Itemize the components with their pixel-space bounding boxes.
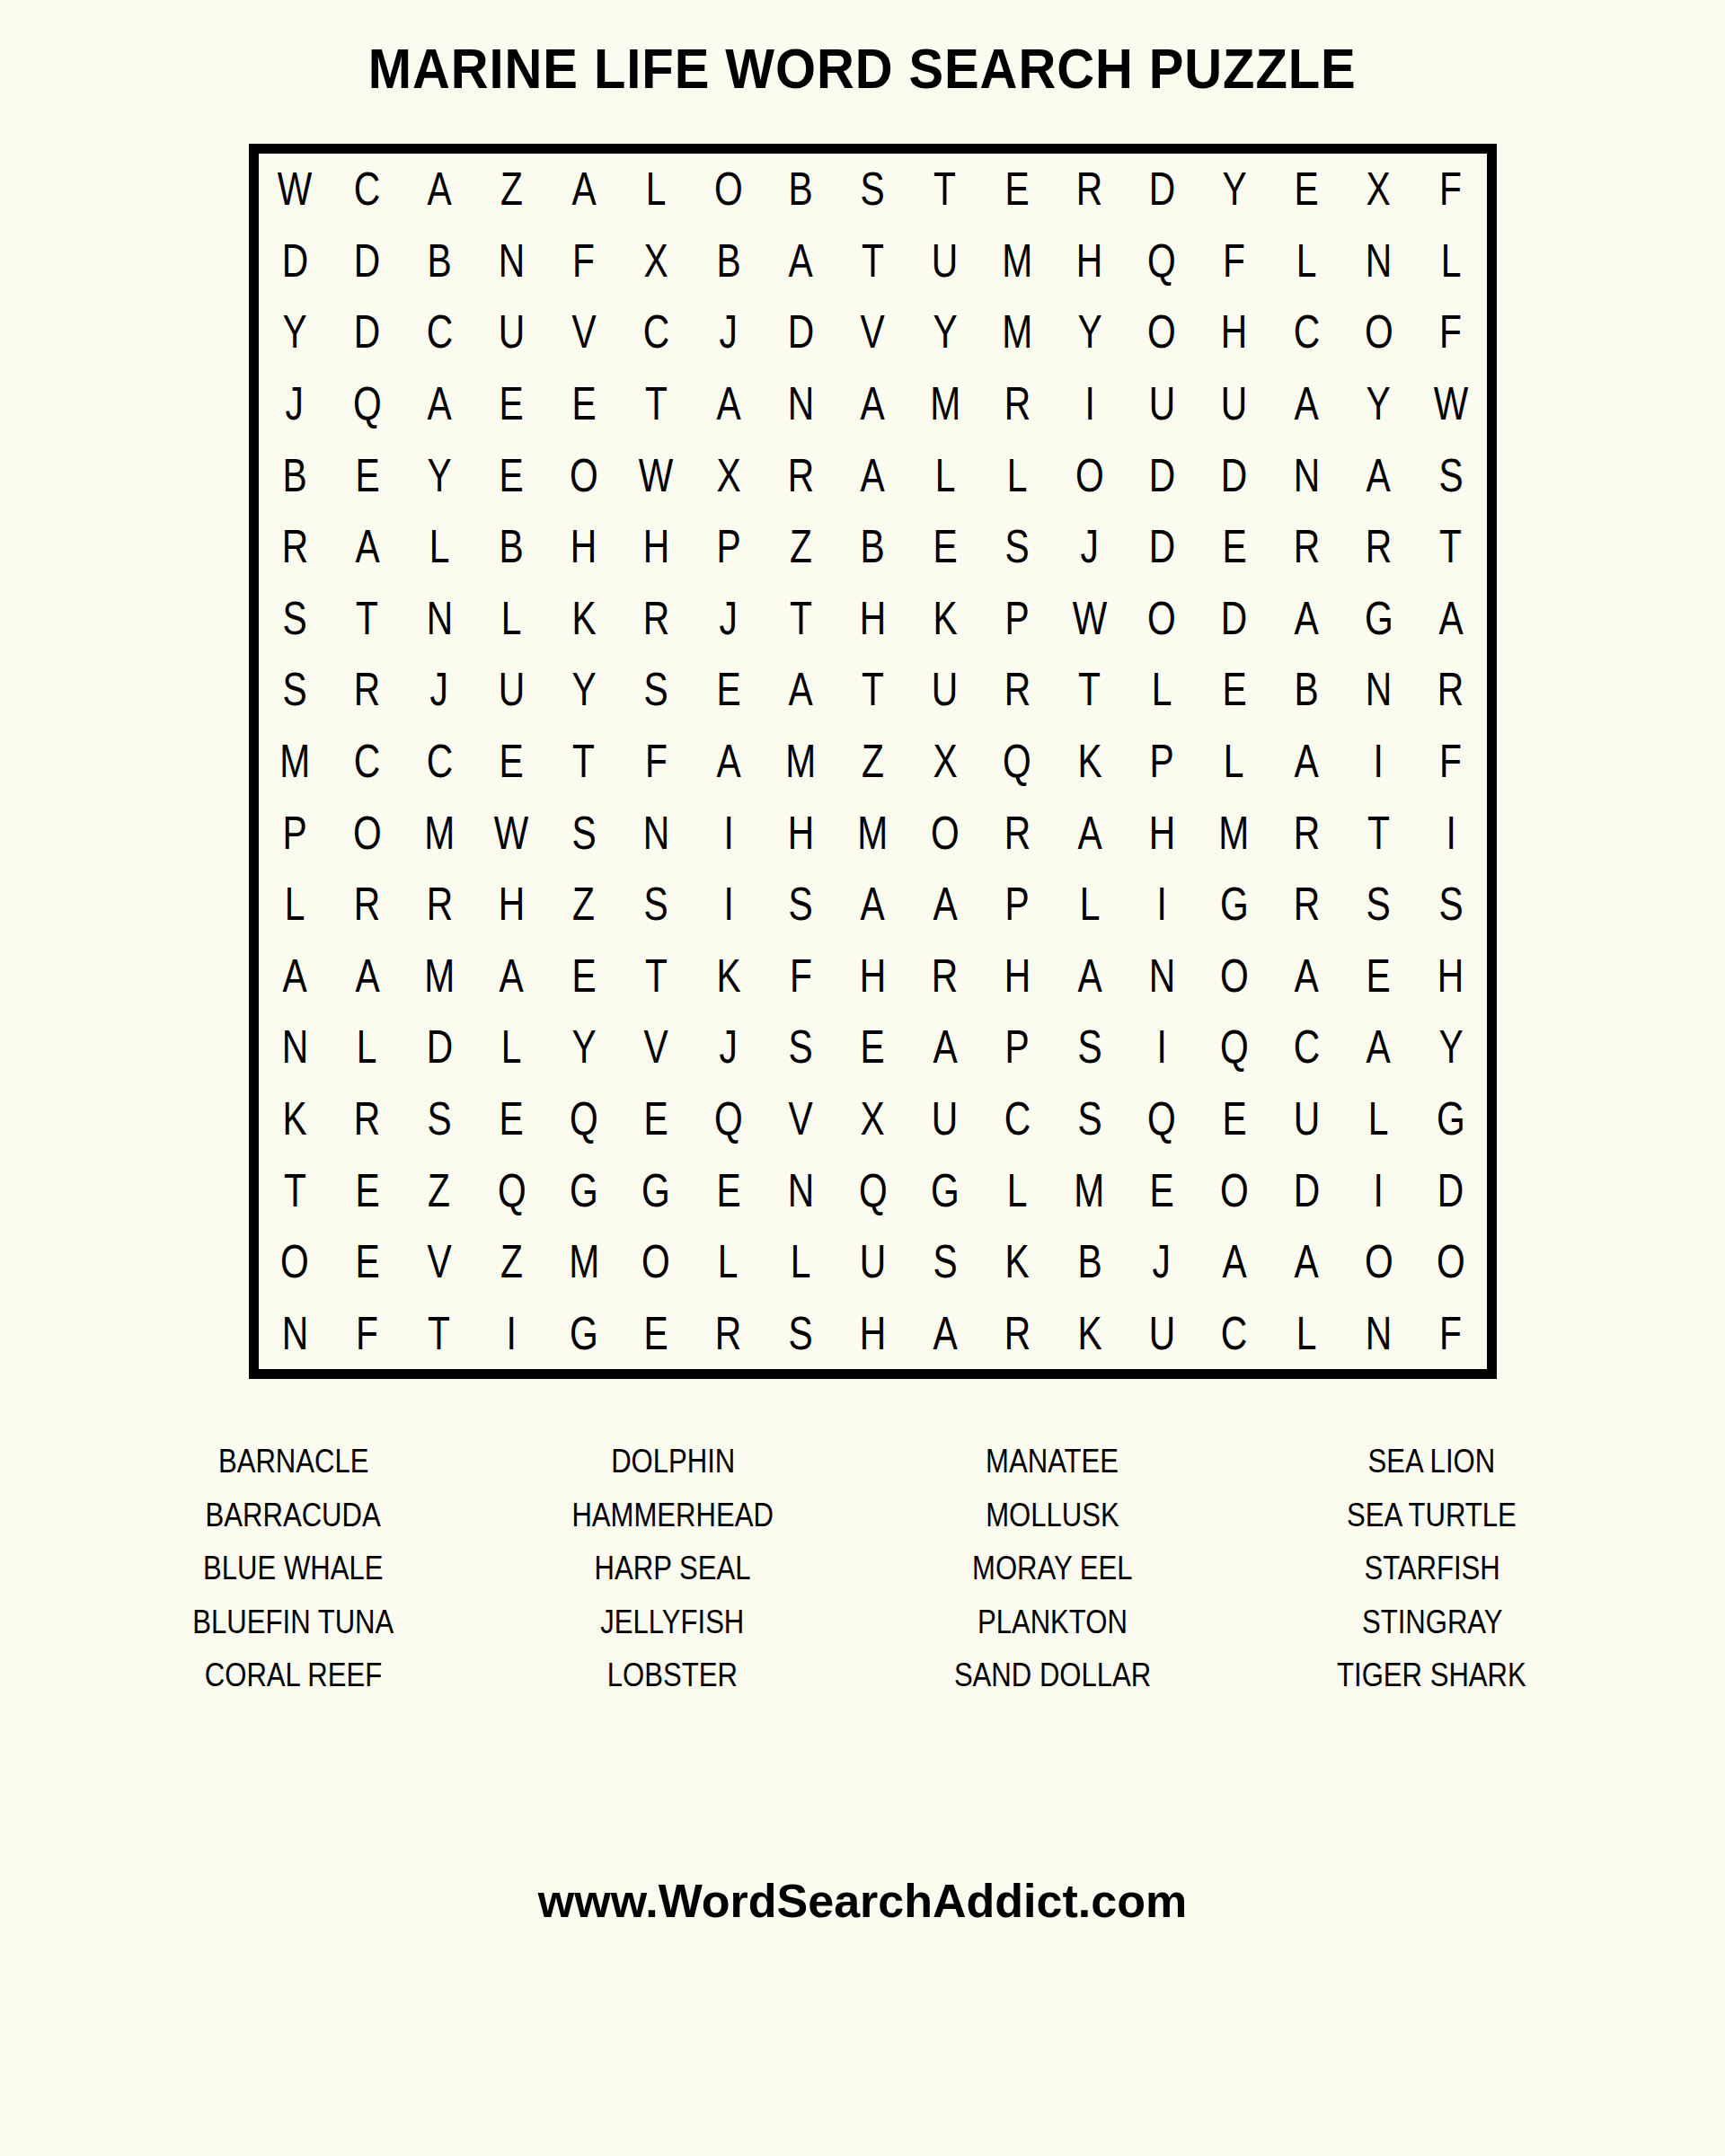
grid-cell-r16-c4[interactable]: Z: [475, 1226, 547, 1298]
grid-cell-r9-c16[interactable]: I: [1342, 726, 1414, 798]
grid-cell-r15-c3[interactable]: Z: [403, 1154, 475, 1226]
grid-cell-r15-c12[interactable]: M: [1054, 1154, 1126, 1226]
grid-cell-r11-c12[interactable]: L: [1054, 869, 1126, 941]
grid-cell-r9-c2[interactable]: C: [331, 726, 402, 798]
grid-cell-r2-c13[interactable]: Q: [1126, 225, 1198, 297]
grid-cell-r6-c7[interactable]: P: [692, 511, 764, 583]
grid-cell-r13-c6[interactable]: V: [620, 1012, 692, 1083]
grid-cell-r1-c10[interactable]: T: [909, 154, 981, 225]
grid-cell-r11-c9[interactable]: A: [836, 869, 908, 941]
grid-cell-r17-c16[interactable]: N: [1342, 1297, 1414, 1369]
grid-cell-r8-c5[interactable]: Y: [548, 654, 620, 726]
grid-cell-r15-c11[interactable]: L: [981, 1154, 1053, 1226]
grid-cell-r14-c1[interactable]: K: [259, 1083, 331, 1155]
grid-cell-r7-c2[interactable]: T: [331, 583, 402, 655]
grid-cell-r1-c2[interactable]: C: [331, 154, 402, 225]
grid-cell-r1-c12[interactable]: R: [1054, 154, 1126, 225]
grid-cell-r6-c12[interactable]: J: [1054, 511, 1126, 583]
grid-cell-r8-c4[interactable]: U: [475, 654, 547, 726]
grid-cell-r8-c16[interactable]: N: [1342, 654, 1414, 726]
grid-cell-r2-c16[interactable]: N: [1342, 225, 1414, 297]
grid-cell-r5-c4[interactable]: E: [475, 439, 547, 511]
grid-cell-r4-c14[interactable]: U: [1198, 368, 1269, 440]
grid-cell-r7-c10[interactable]: K: [909, 583, 981, 655]
grid-cell-r12-c9[interactable]: H: [836, 940, 908, 1012]
grid-cell-r9-c13[interactable]: P: [1126, 726, 1198, 798]
grid-cell-r17-c14[interactable]: C: [1198, 1297, 1269, 1369]
grid-cell-r7-c3[interactable]: N: [403, 583, 475, 655]
grid-cell-r4-c3[interactable]: A: [403, 368, 475, 440]
grid-cell-r8-c8[interactable]: A: [765, 654, 836, 726]
grid-cell-r6-c9[interactable]: B: [836, 511, 908, 583]
grid-cell-r14-c5[interactable]: Q: [548, 1083, 620, 1155]
grid-cell-r10-c10[interactable]: O: [909, 797, 981, 869]
grid-cell-r6-c11[interactable]: S: [981, 511, 1053, 583]
grid-cell-r14-c16[interactable]: L: [1342, 1083, 1414, 1155]
grid-cell-r10-c1[interactable]: P: [259, 797, 331, 869]
grid-letter: L: [1079, 881, 1100, 927]
grid-cell-r13-c15[interactable]: C: [1270, 1012, 1342, 1083]
grid-cell-r12-c8[interactable]: F: [765, 940, 836, 1012]
grid-cell-r13-c4[interactable]: L: [475, 1012, 547, 1083]
grid-cell-r9-c10[interactable]: X: [909, 726, 981, 798]
grid-cell-r3-c14[interactable]: H: [1198, 296, 1269, 368]
grid-cell-r14-c10[interactable]: U: [909, 1083, 981, 1155]
grid-cell-r11-c10[interactable]: A: [909, 869, 981, 941]
grid-cell-r8-c10[interactable]: U: [909, 654, 981, 726]
grid-cell-r1-c6[interactable]: L: [620, 154, 692, 225]
grid-cell-r15-c14[interactable]: O: [1198, 1154, 1269, 1226]
grid-cell-r2-c1[interactable]: D: [259, 225, 331, 297]
grid-cell-r13-c3[interactable]: D: [403, 1012, 475, 1083]
grid-cell-r9-c9[interactable]: Z: [836, 726, 908, 798]
grid-cell-r13-c9[interactable]: E: [836, 1012, 908, 1083]
grid-letter: R: [354, 881, 380, 927]
grid-cell-r11-c5[interactable]: Z: [548, 869, 620, 941]
grid-cell-r1-c17[interactable]: F: [1415, 154, 1487, 225]
grid-cell-r5-c7[interactable]: X: [692, 439, 764, 511]
grid-cell-r7-c15[interactable]: A: [1270, 583, 1342, 655]
grid-cell-r5-c16[interactable]: A: [1342, 439, 1414, 511]
grid-cell-r7-c17[interactable]: A: [1415, 583, 1487, 655]
grid-cell-r5-c17[interactable]: S: [1415, 439, 1487, 511]
grid-cell-r11-c6[interactable]: S: [620, 869, 692, 941]
grid-cell-r10-c7[interactable]: I: [692, 797, 764, 869]
grid-cell-r2-c6[interactable]: X: [620, 225, 692, 297]
grid-cell-r4-c11[interactable]: R: [981, 368, 1053, 440]
grid-cell-r4-c16[interactable]: Y: [1342, 368, 1414, 440]
grid-cell-r9-c4[interactable]: E: [475, 726, 547, 798]
grid-cell-r11-c16[interactable]: S: [1342, 869, 1414, 941]
grid-cell-r14-c7[interactable]: Q: [692, 1083, 764, 1155]
grid-cell-r17-c12[interactable]: K: [1054, 1297, 1126, 1369]
grid-letter: N: [1148, 953, 1174, 999]
grid-letter: U: [1148, 381, 1174, 427]
grid-cell-r5-c2[interactable]: E: [331, 439, 402, 511]
grid-cell-r15-c1[interactable]: T: [259, 1154, 331, 1226]
grid-cell-r12-c16[interactable]: E: [1342, 940, 1414, 1012]
grid-cell-r9-c11[interactable]: Q: [981, 726, 1053, 798]
grid-cell-r2-c7[interactable]: B: [692, 225, 764, 297]
grid-cell-r3-c4[interactable]: U: [475, 296, 547, 368]
grid-cell-r12-c5[interactable]: E: [548, 940, 620, 1012]
grid-cell-r2-c17[interactable]: L: [1415, 225, 1487, 297]
grid-cell-r8-c11[interactable]: R: [981, 654, 1053, 726]
grid-cell-r17-c6[interactable]: E: [620, 1297, 692, 1369]
grid-cell-r17-c17[interactable]: F: [1415, 1297, 1487, 1369]
grid-cell-r2-c12[interactable]: H: [1054, 225, 1126, 297]
grid-cell-r15-c16[interactable]: I: [1342, 1154, 1414, 1226]
grid-cell-r3-c1[interactable]: Y: [259, 296, 331, 368]
grid-cell-r3-c12[interactable]: Y: [1054, 296, 1126, 368]
grid-cell-r9-c12[interactable]: K: [1054, 726, 1126, 798]
grid-cell-r3-c7[interactable]: J: [692, 296, 764, 368]
grid-cell-r5-c11[interactable]: L: [981, 439, 1053, 511]
grid-cell-r5-c12[interactable]: O: [1054, 439, 1126, 511]
grid-cell-r2-c14[interactable]: F: [1198, 225, 1269, 297]
grid-cell-r12-c15[interactable]: A: [1270, 940, 1342, 1012]
grid-cell-r3-c11[interactable]: M: [981, 296, 1053, 368]
grid-cell-r3-c5[interactable]: V: [548, 296, 620, 368]
grid-cell-r14-c15[interactable]: U: [1270, 1083, 1342, 1155]
grid-cell-r6-c16[interactable]: R: [1342, 511, 1414, 583]
grid-cell-r3-c9[interactable]: V: [836, 296, 908, 368]
footer-url[interactable]: www.WordSearchAddict.com: [0, 1874, 1725, 1928]
grid-cell-r1-c7[interactable]: O: [692, 154, 764, 225]
grid-letter: T: [862, 238, 884, 284]
grid-cell-r17-c15[interactable]: L: [1270, 1297, 1342, 1369]
grid-cell-r15-c6[interactable]: G: [620, 1154, 692, 1226]
grid-cell-r14-c4[interactable]: E: [475, 1083, 547, 1155]
grid-cell-r2-c10[interactable]: U: [909, 225, 981, 297]
grid-cell-r6-c4[interactable]: B: [475, 511, 547, 583]
grid-cell-r3-c3[interactable]: C: [403, 296, 475, 368]
grid-cell-r12-c17[interactable]: H: [1415, 940, 1487, 1012]
grid-cell-r1-c16[interactable]: X: [1342, 154, 1414, 225]
grid-cell-r5-c6[interactable]: W: [620, 439, 692, 511]
grid-cell-r10-c12[interactable]: A: [1054, 797, 1126, 869]
grid-cell-r11-c1[interactable]: L: [259, 869, 331, 941]
grid-cell-r13-c11[interactable]: P: [981, 1012, 1053, 1083]
grid-cell-r13-c13[interactable]: I: [1126, 1012, 1198, 1083]
grid-cell-r3-c2[interactable]: D: [331, 296, 402, 368]
grid-cell-r12-c6[interactable]: T: [620, 940, 692, 1012]
grid-cell-r15-c7[interactable]: E: [692, 1154, 764, 1226]
grid-letter: G: [1364, 596, 1393, 641]
grid-cell-r15-c15[interactable]: D: [1270, 1154, 1342, 1226]
grid-cell-r10-c5[interactable]: S: [548, 797, 620, 869]
grid-cell-r17-c11[interactable]: R: [981, 1297, 1053, 1369]
grid-cell-r17-c3[interactable]: T: [403, 1297, 475, 1369]
grid-cell-r1-c3[interactable]: A: [403, 154, 475, 225]
grid-cell-r4-c5[interactable]: E: [548, 368, 620, 440]
grid-cell-r16-c1[interactable]: O: [259, 1226, 331, 1298]
grid-cell-r11-c7[interactable]: I: [692, 869, 764, 941]
grid-cell-r16-c11[interactable]: K: [981, 1226, 1053, 1298]
grid-cell-r11-c8[interactable]: S: [765, 869, 836, 941]
grid-cell-r13-c16[interactable]: A: [1342, 1012, 1414, 1083]
grid-cell-r7-c6[interactable]: R: [620, 583, 692, 655]
grid-cell-r8-c13[interactable]: L: [1126, 654, 1198, 726]
grid-cell-r3-c6[interactable]: C: [620, 296, 692, 368]
grid-cell-r15-c5[interactable]: G: [548, 1154, 620, 1226]
grid-cell-r17-c4[interactable]: I: [475, 1297, 547, 1369]
grid-cell-r17-c8[interactable]: S: [765, 1297, 836, 1369]
grid-cell-r11-c2[interactable]: R: [331, 869, 402, 941]
grid-cell-r11-c14[interactable]: G: [1198, 869, 1269, 941]
grid-cell-r4-c9[interactable]: A: [836, 368, 908, 440]
grid-cell-r15-c10[interactable]: G: [909, 1154, 981, 1226]
grid-cell-r12-c11[interactable]: H: [981, 940, 1053, 1012]
grid-cell-r4-c2[interactable]: Q: [331, 368, 402, 440]
grid-cell-r15-c2[interactable]: E: [331, 1154, 402, 1226]
grid-cell-r1-c13[interactable]: D: [1126, 154, 1198, 225]
grid-cell-r13-c14[interactable]: Q: [1198, 1012, 1269, 1083]
grid-cell-r12-c13[interactable]: N: [1126, 940, 1198, 1012]
grid-cell-r4-c6[interactable]: T: [620, 368, 692, 440]
grid-cell-r14-c12[interactable]: S: [1054, 1083, 1126, 1155]
grid-cell-r2-c3[interactable]: B: [403, 225, 475, 297]
grid-cell-r14-c14[interactable]: E: [1198, 1083, 1269, 1155]
grid-cell-r12-c14[interactable]: O: [1198, 940, 1269, 1012]
grid-cell-r4-c12[interactable]: I: [1054, 368, 1126, 440]
grid-letter: Y: [427, 453, 451, 499]
grid-cell-r5-c13[interactable]: D: [1126, 439, 1198, 511]
grid-cell-r16-c8[interactable]: L: [765, 1226, 836, 1298]
grid-cell-r12-c4[interactable]: A: [475, 940, 547, 1012]
grid-cell-r8-c14[interactable]: E: [1198, 654, 1269, 726]
grid-cell-r6-c6[interactable]: H: [620, 511, 692, 583]
grid-cell-r13-c5[interactable]: Y: [548, 1012, 620, 1083]
grid-cell-r8-c1[interactable]: S: [259, 654, 331, 726]
grid-cell-r8-c6[interactable]: S: [620, 654, 692, 726]
grid-cell-r3-c16[interactable]: O: [1342, 296, 1414, 368]
grid-cell-r16-c12[interactable]: B: [1054, 1226, 1126, 1298]
grid-cell-r6-c15[interactable]: R: [1270, 511, 1342, 583]
grid-cell-r8-c7[interactable]: E: [692, 654, 764, 726]
grid-cell-r1-c5[interactable]: A: [548, 154, 620, 225]
grid-cell-r8-c12[interactable]: T: [1054, 654, 1126, 726]
grid-cell-r15-c9[interactable]: Q: [836, 1154, 908, 1226]
grid-cell-r5-c10[interactable]: L: [909, 439, 981, 511]
grid-cell-r16-c7[interactable]: L: [692, 1226, 764, 1298]
grid-cell-r16-c3[interactable]: V: [403, 1226, 475, 1298]
grid-cell-r9-c8[interactable]: M: [765, 726, 836, 798]
grid-cell-r10-c11[interactable]: R: [981, 797, 1053, 869]
grid-cell-r17-c7[interactable]: R: [692, 1297, 764, 1369]
grid-cell-r13-c17[interactable]: Y: [1415, 1012, 1487, 1083]
grid-cell-r7-c4[interactable]: L: [475, 583, 547, 655]
grid-cell-r6-c10[interactable]: E: [909, 511, 981, 583]
grid-cell-r11-c3[interactable]: R: [403, 869, 475, 941]
grid-cell-r8-c3[interactable]: J: [403, 654, 475, 726]
grid-cell-r13-c8[interactable]: S: [765, 1012, 836, 1083]
grid-cell-r13-c1[interactable]: N: [259, 1012, 331, 1083]
grid-cell-r9-c5[interactable]: T: [548, 726, 620, 798]
grid-cell-r10-c17[interactable]: I: [1415, 797, 1487, 869]
grid-cell-r16-c14[interactable]: A: [1198, 1226, 1269, 1298]
grid-cell-r9-c7[interactable]: A: [692, 726, 764, 798]
grid-cell-r7-c14[interactable]: D: [1198, 583, 1269, 655]
grid-cell-r13-c2[interactable]: L: [331, 1012, 402, 1083]
grid-cell-r4-c15[interactable]: A: [1270, 368, 1342, 440]
grid-cell-r2-c15[interactable]: L: [1270, 225, 1342, 297]
grid-cell-r3-c15[interactable]: C: [1270, 296, 1342, 368]
grid-cell-r6-c5[interactable]: H: [548, 511, 620, 583]
grid-cell-r1-c9[interactable]: S: [836, 154, 908, 225]
grid-cell-r5-c5[interactable]: O: [548, 439, 620, 511]
grid-cell-r10-c3[interactable]: M: [403, 797, 475, 869]
grid-cell-r2-c9[interactable]: T: [836, 225, 908, 297]
grid-cell-r5-c8[interactable]: R: [765, 439, 836, 511]
grid-cell-r7-c5[interactable]: K: [548, 583, 620, 655]
grid-cell-r15-c8[interactable]: N: [765, 1154, 836, 1226]
grid-cell-r12-c3[interactable]: M: [403, 940, 475, 1012]
grid-cell-r4-c13[interactable]: U: [1126, 368, 1198, 440]
grid-cell-r7-c9[interactable]: H: [836, 583, 908, 655]
grid-cell-r6-c17[interactable]: T: [1415, 511, 1487, 583]
grid-cell-r7-c16[interactable]: G: [1342, 583, 1414, 655]
grid-cell-r12-c1[interactable]: A: [259, 940, 331, 1012]
grid-cell-r4-c7[interactable]: A: [692, 368, 764, 440]
grid-cell-r9-c1[interactable]: M: [259, 726, 331, 798]
grid-cell-r4-c8[interactable]: N: [765, 368, 836, 440]
grid-cell-r14-c8[interactable]: V: [765, 1083, 836, 1155]
grid-cell-r4-c1[interactable]: J: [259, 368, 331, 440]
grid-cell-r10-c9[interactable]: M: [836, 797, 908, 869]
grid-cell-r11-c15[interactable]: R: [1270, 869, 1342, 941]
grid-cell-r8-c17[interactable]: R: [1415, 654, 1487, 726]
grid-cell-r2-c5[interactable]: F: [548, 225, 620, 297]
grid-cell-r7-c8[interactable]: T: [765, 583, 836, 655]
grid-cell-r14-c6[interactable]: E: [620, 1083, 692, 1155]
grid-cell-r6-c13[interactable]: D: [1126, 511, 1198, 583]
grid-cell-r3-c8[interactable]: D: [765, 296, 836, 368]
grid-cell-r12-c2[interactable]: A: [331, 940, 402, 1012]
grid-cell-r14-c11[interactable]: C: [981, 1083, 1053, 1155]
grid-cell-r17-c10[interactable]: A: [909, 1297, 981, 1369]
grid-cell-r11-c4[interactable]: H: [475, 869, 547, 941]
grid-cell-r14-c9[interactable]: X: [836, 1083, 908, 1155]
grid-cell-r11-c17[interactable]: S: [1415, 869, 1487, 941]
grid-cell-r12-c7[interactable]: K: [692, 940, 764, 1012]
grid-cell-r12-c10[interactable]: R: [909, 940, 981, 1012]
grid-cell-r6-c8[interactable]: Z: [765, 511, 836, 583]
grid-cell-r9-c14[interactable]: L: [1198, 726, 1269, 798]
grid-cell-r17-c13[interactable]: U: [1126, 1297, 1198, 1369]
grid-cell-r16-c10[interactable]: S: [909, 1226, 981, 1298]
grid-cell-r14-c3[interactable]: S: [403, 1083, 475, 1155]
grid-cell-r9-c15[interactable]: A: [1270, 726, 1342, 798]
grid-cell-r16-c13[interactable]: J: [1126, 1226, 1198, 1298]
grid-cell-r1-c14[interactable]: Y: [1198, 154, 1269, 225]
grid-cell-r8-c2[interactable]: R: [331, 654, 402, 726]
grid-cell-r6-c2[interactable]: A: [331, 511, 402, 583]
grid-cell-r5-c9[interactable]: A: [836, 439, 908, 511]
grid-cell-r2-c2[interactable]: D: [331, 225, 402, 297]
grid-cell-r13-c7[interactable]: J: [692, 1012, 764, 1083]
grid-cell-r16-c17[interactable]: O: [1415, 1226, 1487, 1298]
grid-cell-r6-c3[interactable]: L: [403, 511, 475, 583]
grid-cell-r9-c6[interactable]: F: [620, 726, 692, 798]
grid-cell-r2-c8[interactable]: A: [765, 225, 836, 297]
grid-cell-r10-c14[interactable]: M: [1198, 797, 1269, 869]
grid-cell-r5-c1[interactable]: B: [259, 439, 331, 511]
grid-cell-r5-c14[interactable]: D: [1198, 439, 1269, 511]
grid-cell-r14-c13[interactable]: Q: [1126, 1083, 1198, 1155]
grid-cell-r11-c13[interactable]: I: [1126, 869, 1198, 941]
grid-cell-r8-c15[interactable]: B: [1270, 654, 1342, 726]
grid-cell-r7-c13[interactable]: O: [1126, 583, 1198, 655]
grid-cell-r1-c8[interactable]: B: [765, 154, 836, 225]
grid-cell-r17-c9[interactable]: H: [836, 1297, 908, 1369]
grid-cell-r2-c4[interactable]: N: [475, 225, 547, 297]
grid-cell-r9-c17[interactable]: F: [1415, 726, 1487, 798]
grid-cell-r16-c9[interactable]: U: [836, 1226, 908, 1298]
grid-cell-r16-c15[interactable]: A: [1270, 1226, 1342, 1298]
grid-cell-r16-c5[interactable]: M: [548, 1226, 620, 1298]
grid-cell-r1-c4[interactable]: Z: [475, 154, 547, 225]
grid-cell-r4-c10[interactable]: M: [909, 368, 981, 440]
word-item: BARNACLE: [103, 1435, 483, 1489]
grid-cell-r15-c4[interactable]: Q: [475, 1154, 547, 1226]
grid-cell-r8-c9[interactable]: T: [836, 654, 908, 726]
grid-letter: Y: [1438, 1024, 1463, 1070]
grid-cell-r10-c8[interactable]: H: [765, 797, 836, 869]
grid-cell-r13-c12[interactable]: S: [1054, 1012, 1126, 1083]
grid-cell-r6-c14[interactable]: E: [1198, 511, 1269, 583]
grid-cell-r10-c13[interactable]: H: [1126, 797, 1198, 869]
grid-cell-r15-c13[interactable]: E: [1126, 1154, 1198, 1226]
grid-cell-r10-c2[interactable]: O: [331, 797, 402, 869]
grid-cell-r14-c2[interactable]: R: [331, 1083, 402, 1155]
grid-cell-r4-c17[interactable]: W: [1415, 368, 1487, 440]
grid-cell-r10-c15[interactable]: R: [1270, 797, 1342, 869]
grid-cell-r3-c17[interactable]: F: [1415, 296, 1487, 368]
grid-cell-r3-c10[interactable]: Y: [909, 296, 981, 368]
grid-cell-r4-c4[interactable]: E: [475, 368, 547, 440]
grid-cell-r7-c11[interactable]: P: [981, 583, 1053, 655]
grid-cell-r17-c5[interactable]: G: [548, 1297, 620, 1369]
grid-cell-r6-c1[interactable]: R: [259, 511, 331, 583]
grid-cell-r10-c16[interactable]: T: [1342, 797, 1414, 869]
grid-cell-r10-c4[interactable]: W: [475, 797, 547, 869]
grid-cell-r16-c16[interactable]: O: [1342, 1226, 1414, 1298]
grid-cell-r17-c1[interactable]: N: [259, 1297, 331, 1369]
grid-cell-r16-c2[interactable]: E: [331, 1226, 402, 1298]
grid-cell-r10-c6[interactable]: N: [620, 797, 692, 869]
grid-cell-r5-c15[interactable]: N: [1270, 439, 1342, 511]
grid-cell-r1-c1[interactable]: W: [259, 154, 331, 225]
grid-cell-r1-c11[interactable]: E: [981, 154, 1053, 225]
grid-cell-r3-c13[interactable]: O: [1126, 296, 1198, 368]
grid-cell-r16-c6[interactable]: O: [620, 1226, 692, 1298]
grid-cell-r11-c11[interactable]: P: [981, 869, 1053, 941]
grid-cell-r2-c11[interactable]: M: [981, 225, 1053, 297]
grid-cell-r14-c17[interactable]: G: [1415, 1083, 1487, 1155]
grid-cell-r7-c1[interactable]: S: [259, 583, 331, 655]
grid-cell-r12-c12[interactable]: A: [1054, 940, 1126, 1012]
grid-cell-r17-c2[interactable]: F: [331, 1297, 402, 1369]
grid-cell-r15-c17[interactable]: D: [1415, 1154, 1487, 1226]
grid-cell-r1-c15[interactable]: E: [1270, 154, 1342, 225]
grid-cell-r13-c10[interactable]: A: [909, 1012, 981, 1083]
grid-cell-r7-c7[interactable]: J: [692, 583, 764, 655]
grid-cell-r5-c3[interactable]: Y: [403, 439, 475, 511]
grid-letter: T: [862, 667, 884, 712]
grid-cell-r9-c3[interactable]: C: [403, 726, 475, 798]
grid-cell-r7-c12[interactable]: W: [1054, 583, 1126, 655]
